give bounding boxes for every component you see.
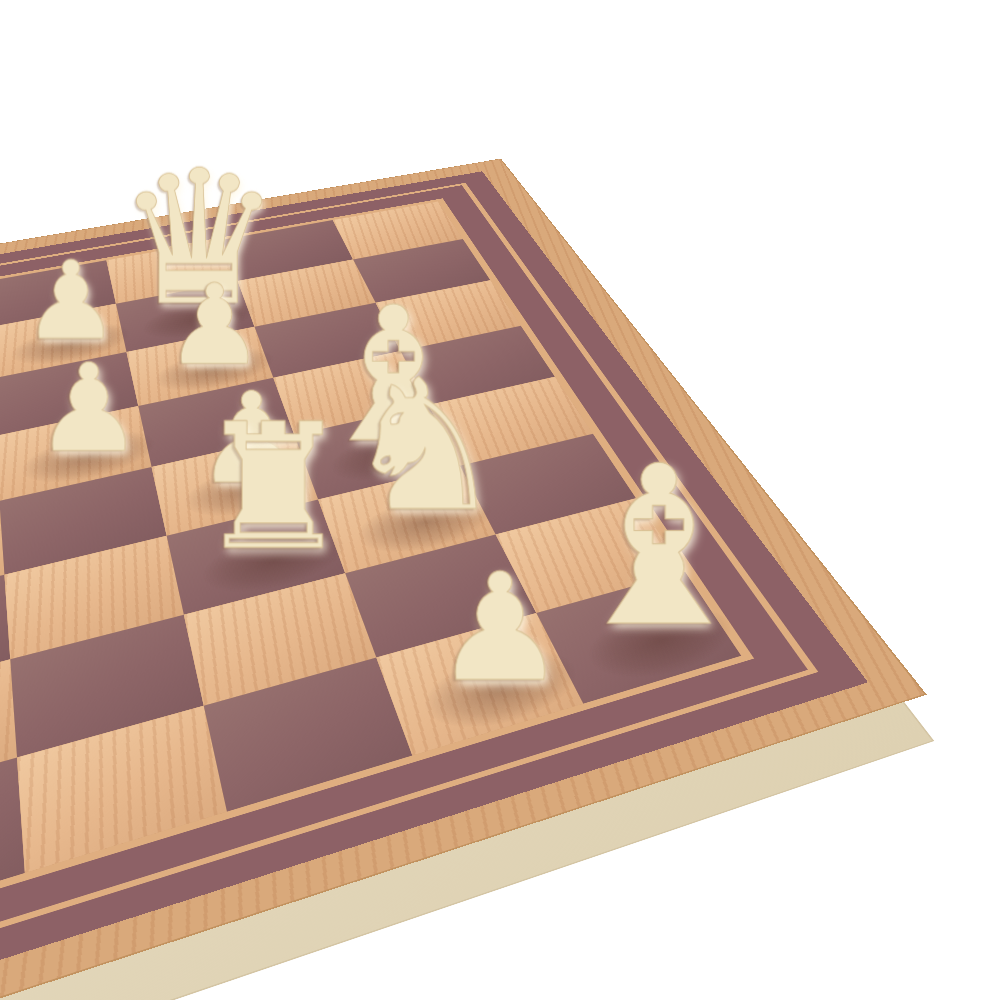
pawn-glyph: ♟ [34, 350, 143, 465]
pawn-glyph: ♟ [433, 557, 567, 698]
square-f2[interactable] [184, 573, 376, 706]
pawn-glyph: ♟ [164, 272, 264, 378]
chess-board: ♟♟♛♟♟♟♝♜♞♟♝ [0, 159, 924, 1000]
square-f1[interactable] [204, 658, 413, 812]
rook-glyph: ♜ [195, 405, 351, 570]
square-d1[interactable] [0, 758, 25, 940]
board-outer-frame: ♟♟♛♟♟♟♝♜♞♟♝ [0, 159, 924, 1000]
bishop-glyph: ♝ [560, 443, 757, 652]
knight-glyph: ♞ [343, 360, 505, 532]
product-photo-stage: Wooden chess board with natural wood pie… [0, 0, 1000, 1000]
